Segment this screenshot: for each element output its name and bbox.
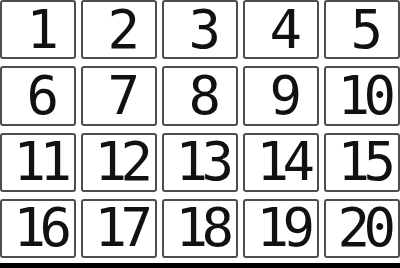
- card-number: 18: [172, 201, 227, 255]
- number-card-15: 15: [324, 133, 400, 192]
- card-number: 10: [334, 69, 389, 123]
- number-card-20: 20: [324, 199, 400, 258]
- number-card-6: 6: [0, 66, 76, 125]
- number-card-5: 5: [324, 0, 400, 59]
- number-card-19: 19: [243, 199, 319, 258]
- card-number: 19: [253, 201, 308, 255]
- card-number: 7: [104, 69, 133, 123]
- number-card-11: 11: [0, 133, 76, 192]
- card-number: 11: [10, 135, 65, 189]
- number-grid: 1 2 3 4 5 6 7 8 9 10 11 12 13 14 15 16 1…: [0, 0, 400, 258]
- card-number: 17: [91, 201, 146, 255]
- number-card-9: 9: [243, 66, 319, 125]
- number-card-7: 7: [81, 66, 157, 125]
- card-number: 20: [334, 201, 389, 255]
- number-card-1: 1: [0, 0, 76, 59]
- card-number: 6: [23, 69, 52, 123]
- card-number: 5: [347, 3, 376, 57]
- card-number: 2: [104, 3, 133, 57]
- card-number: 15: [334, 135, 389, 189]
- number-chart-board: 1 2 3 4 5 6 7 8 9 10 11 12 13 14 15 16 1…: [0, 0, 400, 268]
- number-card-8: 8: [162, 66, 238, 125]
- card-number: 1: [23, 3, 52, 57]
- card-number: 13: [172, 135, 227, 189]
- number-card-10: 10: [324, 66, 400, 125]
- card-number: 16: [10, 201, 65, 255]
- number-card-4: 4: [243, 0, 319, 59]
- number-card-16: 16: [0, 199, 76, 258]
- number-card-2: 2: [81, 0, 157, 59]
- number-card-17: 17: [81, 199, 157, 258]
- number-card-18: 18: [162, 199, 238, 258]
- card-number: 4: [266, 3, 295, 57]
- number-card-12: 12: [81, 133, 157, 192]
- number-card-14: 14: [243, 133, 319, 192]
- card-number: 12: [91, 135, 146, 189]
- card-number: 9: [266, 69, 295, 123]
- card-number: 8: [185, 69, 214, 123]
- number-card-3: 3: [162, 0, 238, 59]
- number-card-13: 13: [162, 133, 238, 192]
- card-number: 14: [253, 135, 308, 189]
- bottom-edge-bar: [0, 263, 400, 268]
- card-number: 3: [185, 3, 214, 57]
